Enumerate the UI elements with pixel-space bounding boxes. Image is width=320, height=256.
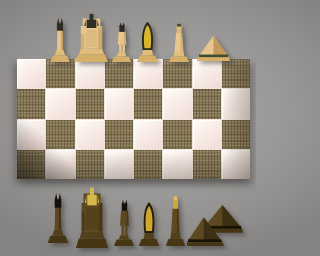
- light-rook-pyramid-glyph: [197, 36, 230, 61]
- light-king-pharaoh-glyph: [75, 14, 108, 62]
- dark-pawn-figure[interactable]: [111, 197, 137, 246]
- dark-bishop-anubis[interactable]: [43, 191, 73, 243]
- dark-queen-priestess-glyph: [166, 196, 185, 246]
- light-bishop-anubis[interactable]: [46, 16, 74, 62]
- dark-knight-cobra[interactable]: [136, 198, 162, 246]
- scene-background: [0, 0, 256, 256]
- light-pawn-figure[interactable]: [109, 20, 134, 62]
- light-knight-cobra-glyph: [137, 22, 158, 62]
- dark-knight-cobra-glyph: [139, 202, 159, 246]
- dark-rook-pyramids[interactable]: [187, 202, 244, 248]
- light-knight-cobra[interactable]: [134, 18, 161, 62]
- light-queen-priestess[interactable]: [166, 22, 192, 62]
- dark-king-pharaoh[interactable]: [74, 184, 110, 248]
- light-king-pharaoh[interactable]: [73, 11, 110, 62]
- dark-bishop-anubis-glyph: [48, 193, 69, 243]
- dark-pawn-figure-glyph: [114, 200, 134, 246]
- light-rook-pyramid[interactable]: [197, 34, 230, 62]
- light-pawn-figure-glyph: [112, 22, 131, 62]
- dark-queen-priestess[interactable]: [163, 194, 188, 246]
- dark-rook-pyramids-glyph: [187, 205, 243, 246]
- light-bishop-anubis-glyph: [50, 18, 69, 62]
- dark-king-pharaoh-glyph: [76, 188, 108, 248]
- piece-tray: [0, 0, 256, 256]
- light-queen-priestess-glyph: [169, 24, 189, 62]
